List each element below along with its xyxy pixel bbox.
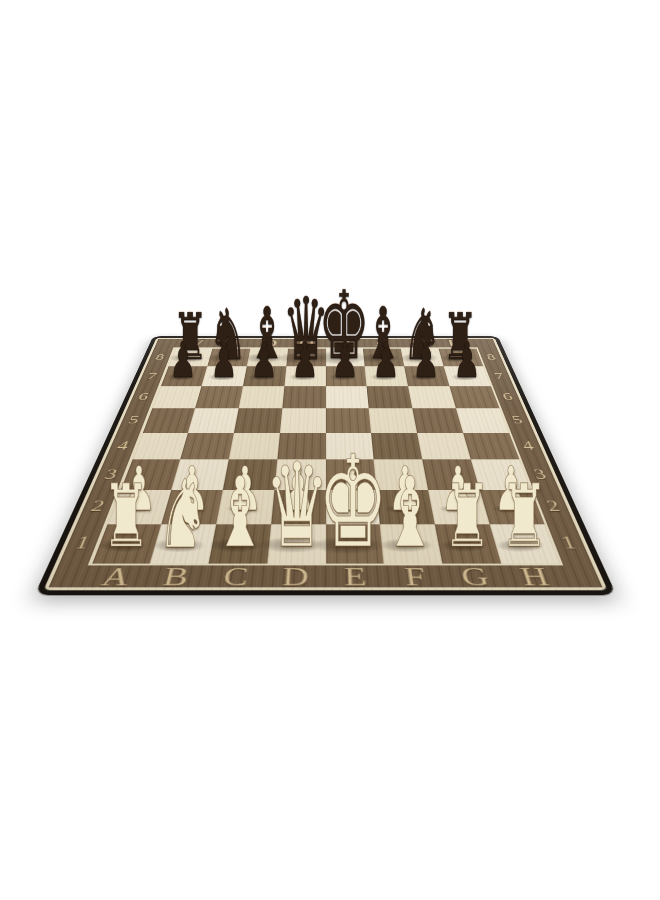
piece-black-pawn-g7[interactable]: ♟	[404, 336, 448, 385]
piece-black-pawn-h7[interactable]: ♟	[445, 336, 489, 385]
black-pawn-icon: ♟	[372, 336, 399, 385]
black-pawn-icon: ♟	[251, 336, 278, 385]
white-rook-icon: ♜	[443, 473, 491, 559]
piece-black-pawn-b7[interactable]: ♟	[202, 336, 246, 385]
piece-black-pawn-a7[interactable]: ♟	[161, 336, 205, 385]
black-pawn-icon: ♟	[332, 336, 359, 385]
white-rook-icon: ♜	[500, 473, 548, 559]
product-photo: ABCDEFGH ABCDEFGH 87654321 87654321 ♜♞♝♛…	[0, 0, 660, 900]
black-pawn-icon: ♟	[170, 336, 197, 385]
black-pawn-icon: ♟	[291, 336, 318, 385]
black-pawn-icon: ♟	[453, 336, 480, 385]
piece-black-pawn-c7[interactable]: ♟	[242, 336, 286, 385]
black-pawn-icon: ♟	[412, 336, 439, 385]
black-pawn-icon: ♟	[210, 336, 237, 385]
piece-black-pawn-d7[interactable]: ♟	[283, 336, 327, 385]
piece-black-pawn-f7[interactable]: ♟	[364, 336, 408, 385]
piece-black-pawn-e7[interactable]: ♟	[323, 336, 367, 385]
board-scene: ABCDEFGH ABCDEFGH 87654321 87654321 ♜♞♝♛…	[0, 0, 660, 900]
piece-white-rook-h1[interactable]: ♜	[485, 473, 563, 559]
pieces-layer: ♜♞♝♛♚♝♞♜♟♟♟♟♟♟♟♟♟♟♟♟♟♟♟♟♜♞♝♛♚♝♜♜	[0, 0, 660, 900]
